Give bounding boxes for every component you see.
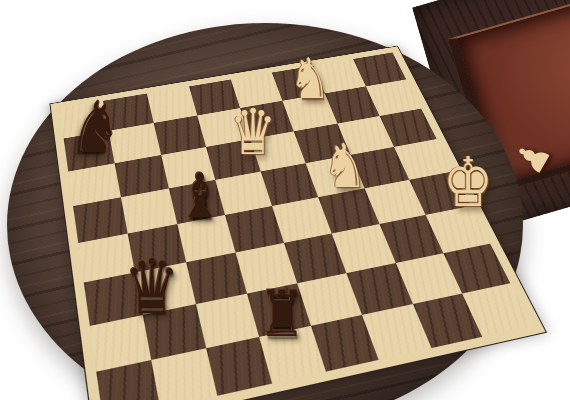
white-knight-g8[interactable]: ♞ <box>285 51 336 107</box>
white-king-h3[interactable]: ♚ <box>437 149 499 217</box>
white-queen-d7[interactable]: ♛ <box>224 100 281 163</box>
black-knight-a8[interactable]: ♞ <box>63 92 127 163</box>
photo-stage: ♞♞♛♝♞♚♛♜♟ <box>0 0 570 400</box>
black-queen-a3[interactable]: ♛ <box>118 249 186 325</box>
black-rook-c2[interactable]: ♜ <box>253 282 310 345</box>
black-bishop-b5[interactable]: ♝ <box>173 166 228 227</box>
white-knight-f5[interactable]: ♞ <box>318 136 373 197</box>
